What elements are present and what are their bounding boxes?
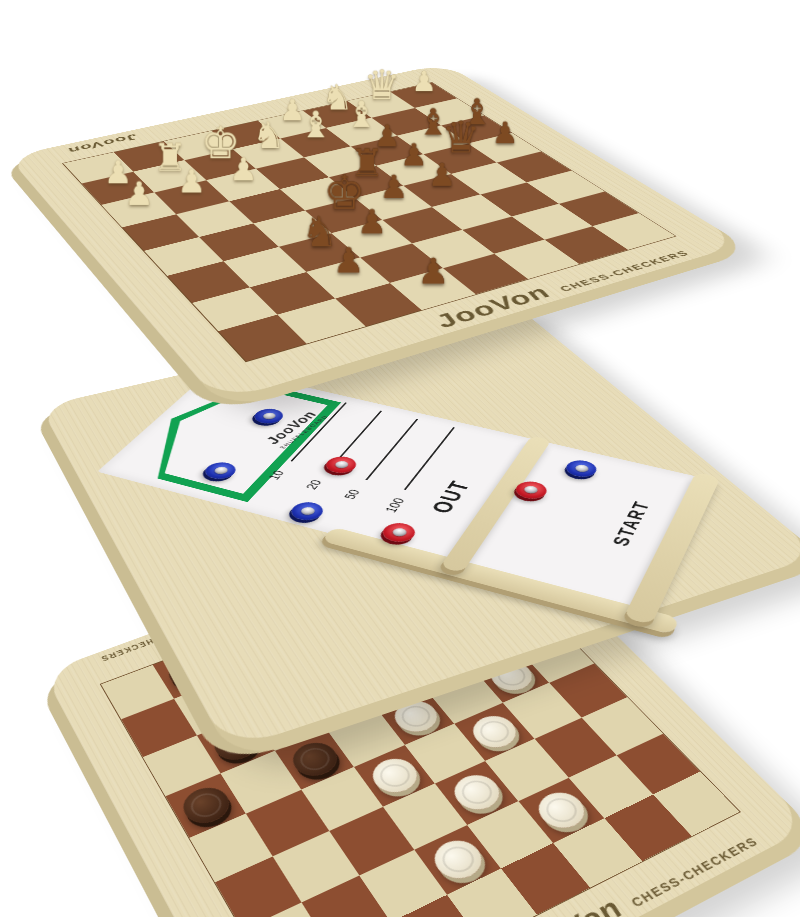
out-zone-label: OUT [426, 478, 476, 516]
score-line-50: 50 [365, 419, 418, 480]
checkers-square [143, 735, 221, 796]
puck-metal-ball [261, 412, 278, 420]
shuffleboard-lane: JooVon SHUFFLEBOARD OUT START 102050100 [97, 367, 705, 616]
shuffleboard-puck-blue[interactable] [563, 458, 601, 480]
shuffleboard-puck-red[interactable] [322, 454, 362, 475]
puck-metal-ball [523, 485, 540, 495]
chess-piece-bQ[interactable]: ♛ [441, 115, 480, 159]
shuffleboard-puck-blue[interactable] [286, 500, 328, 524]
chess-board: ♟♞♛♟♟♜♚♞♝♝♟♟♟♟♝♝♜♟♛♟♚♟♟♞♟♟♟ JooVon JooVo… [8, 63, 743, 402]
start-zone-label: START [607, 499, 655, 549]
score-label: 20 [302, 478, 325, 490]
wooden-end-rail [623, 472, 720, 625]
shuffleboard-puck-red[interactable] [378, 520, 420, 545]
chess-piece-wN[interactable]: ♞ [252, 117, 285, 154]
chess-piece-wB[interactable]: ♝ [300, 107, 333, 143]
chess-piece-bP[interactable]: ♟ [492, 118, 519, 148]
puck-metal-ball [390, 527, 408, 538]
puck-metal-ball [212, 466, 230, 475]
chess-piece-wP[interactable]: ♟ [229, 154, 257, 185]
chess-piece-bP[interactable]: ♟ [417, 253, 449, 289]
chess-piece-bP[interactable]: ♟ [380, 171, 409, 203]
chess-piece-bP[interactable]: ♟ [428, 159, 456, 191]
checker-disc-brown[interactable] [177, 781, 237, 829]
score-label: 50 [340, 488, 363, 501]
puck-metal-ball [574, 464, 590, 473]
chess-piece-bP[interactable]: ♟ [357, 205, 387, 239]
chess-piece-wP[interactable]: ♟ [178, 165, 207, 197]
chess-piece-wP[interactable]: ♟ [412, 68, 437, 96]
checker-disc-cream[interactable] [426, 834, 490, 886]
puck-metal-ball [333, 460, 350, 469]
chess-plate: ♟♞♛♟♟♜♚♞♝♝♟♟♟♟♝♝♜♟♛♟♚♟♟♞♟♟♟ JooVon JooVo… [8, 63, 743, 402]
chess-piece-bP[interactable]: ♟ [400, 139, 428, 170]
product-photo-scene: CHESS-CHECKERS JooVon CHESS-CHECKERS Joo… [0, 0, 800, 917]
chess-piece-wP[interactable]: ♟ [125, 177, 154, 209]
puck-metal-ball [298, 506, 316, 516]
chess-grid: ♟♞♛♟♟♜♚♞♝♝♟♟♟♟♝♝♜♟♛♟♚♟♟♞♟♟♟ [62, 82, 677, 362]
chess-piece-bP[interactable]: ♟ [332, 243, 364, 278]
score-label: 100 [381, 496, 408, 513]
